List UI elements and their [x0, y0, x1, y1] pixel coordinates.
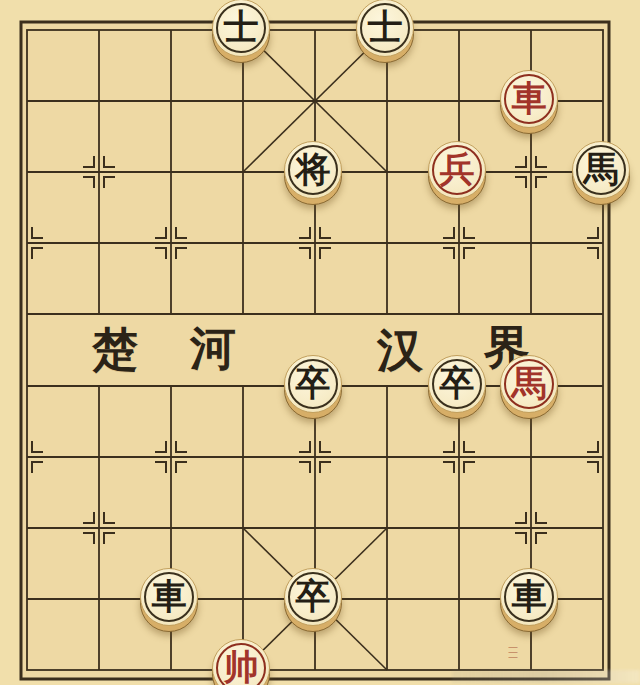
piece-glyph: 士	[368, 10, 403, 45]
piece-black-advisor-2[interactable]: 士	[356, 0, 414, 57]
piece-face: 卒	[428, 355, 486, 413]
piece-glyph: 馬	[512, 366, 547, 401]
river-text-he: 河	[190, 325, 236, 371]
xiangqi-board: 楚 河 汉 界 士士車将兵馬卒卒馬車卒車帅 ———	[0, 0, 640, 685]
piece-glyph: 帅	[224, 650, 259, 685]
piece-black-soldier-2[interactable]: 卒	[428, 355, 486, 413]
piece-black-soldier-3[interactable]: 卒	[284, 568, 342, 626]
piece-black-advisor-1[interactable]: 士	[212, 0, 270, 57]
piece-glyph: 車	[512, 81, 547, 116]
piece-face: 車	[140, 568, 198, 626]
piece-face: 車	[500, 568, 558, 626]
piece-glyph: 馬	[584, 152, 619, 187]
piece-face: 卒	[284, 568, 342, 626]
piece-red-soldier[interactable]: 兵	[428, 141, 486, 199]
piece-face: 士	[212, 0, 270, 57]
river-text-chu: 楚	[92, 326, 138, 372]
piece-red-general[interactable]: 帅	[212, 639, 270, 685]
piece-glyph: 車	[152, 579, 187, 614]
piece-glyph: 兵	[440, 152, 475, 187]
piece-glyph: 車	[512, 579, 547, 614]
piece-glyph: 将	[296, 152, 331, 187]
piece-face: 兵	[428, 141, 486, 199]
piece-face: 帅	[212, 639, 270, 685]
piece-glyph: 卒	[440, 366, 475, 401]
piece-red-chariot[interactable]: 車	[500, 70, 558, 128]
piece-red-horse[interactable]: 馬	[500, 355, 558, 413]
piece-face: 卒	[284, 355, 342, 413]
piece-black-chariot-2[interactable]: 車	[500, 568, 558, 626]
piece-glyph: 士	[224, 10, 259, 45]
piece-face: 将	[284, 141, 342, 199]
piece-black-soldier-1[interactable]: 卒	[284, 355, 342, 413]
piece-glyph: 卒	[296, 366, 331, 401]
piece-black-chariot-1[interactable]: 車	[140, 568, 198, 626]
piece-face: 車	[500, 70, 558, 128]
river-text-han: 汉	[377, 327, 423, 373]
piece-face: 士	[356, 0, 414, 57]
piece-black-general[interactable]: 将	[284, 141, 342, 199]
piece-black-horse[interactable]: 馬	[572, 141, 630, 199]
piece-face: 馬	[572, 141, 630, 199]
piece-face: 馬	[500, 355, 558, 413]
piece-glyph: 卒	[296, 579, 331, 614]
